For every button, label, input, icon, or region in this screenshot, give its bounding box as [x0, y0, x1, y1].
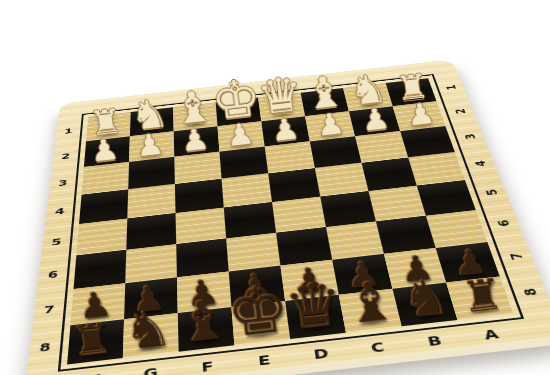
square-a4[interactable]: [408, 152, 465, 185]
square-d8[interactable]: ♛: [285, 295, 346, 339]
square-h4[interactable]: [79, 189, 128, 224]
board-scene: ♜♞♝♚♛♝♞♜♟♟♟♟♟♟♟♟♟♟♟♟♟♟♟♟♜♞♝♚♛♝♞♜ 1234567…: [17, 0, 527, 375]
rank-label-left-6: 6: [39, 257, 66, 293]
square-d4[interactable]: [268, 168, 320, 202]
square-g4[interactable]: [127, 184, 175, 219]
file-label-B: B: [404, 328, 466, 353]
chess-board: ♜♞♝♚♛♝♞♜♟♟♟♟♟♟♟♟♟♟♟♟♟♟♟♟♜♞♝♚♛♝♞♜ 1234567…: [24, 59, 550, 375]
file-label-C: C: [347, 334, 408, 359]
black-rook[interactable]: ♜: [437, 271, 528, 321]
square-e5[interactable]: [224, 202, 276, 238]
square-h8[interactable]: ♜: [67, 319, 124, 364]
file-label-E: E: [235, 347, 294, 373]
square-h3[interactable]: [82, 162, 130, 195]
board-tilt-wrapper: ♜♞♝♚♛♝♞♜♟♟♟♟♟♟♟♟♟♟♟♟♟♟♟♟♜♞♝♚♛♝♞♜ 1234567…: [17, 0, 527, 375]
square-c4[interactable]: [315, 163, 369, 197]
square-d3[interactable]: [265, 141, 315, 173]
square-f4[interactable]: [175, 179, 224, 213]
rank-label-left-5: 5: [43, 225, 69, 259]
file-label-A: A: [460, 321, 523, 346]
black-queen[interactable]: ♛: [268, 273, 361, 339]
rank-label-left-2: 2: [54, 142, 78, 170]
file-label-D: D: [291, 341, 351, 367]
rank-label-left-3: 3: [50, 168, 74, 198]
rank-label-left-1: 1: [57, 118, 80, 145]
photo-canvas: ♜♞♝♚♛♝♞♜♟♟♟♟♟♟♟♟♟♟♟♟♟♟♟♟♜♞♝♚♛♝♞♜ 1234567…: [0, 0, 550, 375]
square-e4[interactable]: [222, 173, 272, 207]
square-a8[interactable]: ♜: [446, 277, 513, 321]
square-g3[interactable]: [128, 157, 175, 189]
rank-label-left-4: 4: [47, 196, 72, 228]
square-b4[interactable]: [362, 157, 417, 191]
board-grid: ♜♞♝♚♛♝♞♜♟♟♟♟♟♟♟♟♟♟♟♟♟♟♟♟♜♞♝♚♛♝♞♜: [58, 74, 524, 372]
